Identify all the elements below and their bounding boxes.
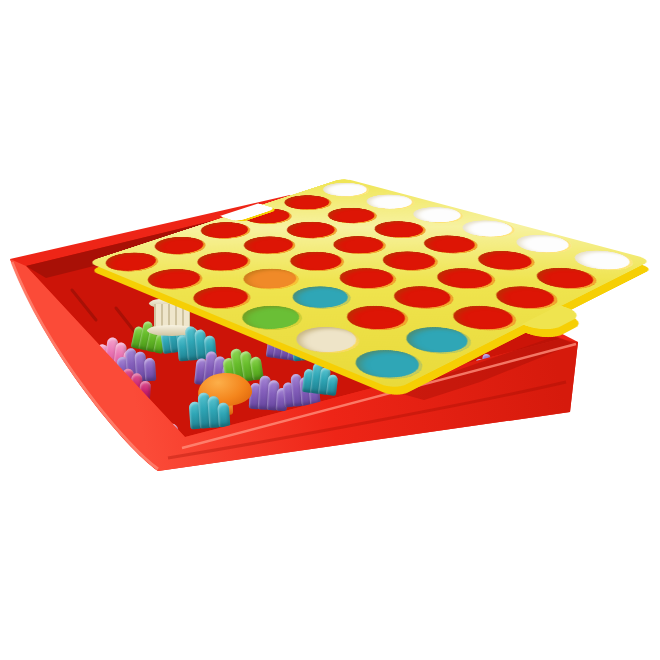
product-photo <box>0 0 660 660</box>
